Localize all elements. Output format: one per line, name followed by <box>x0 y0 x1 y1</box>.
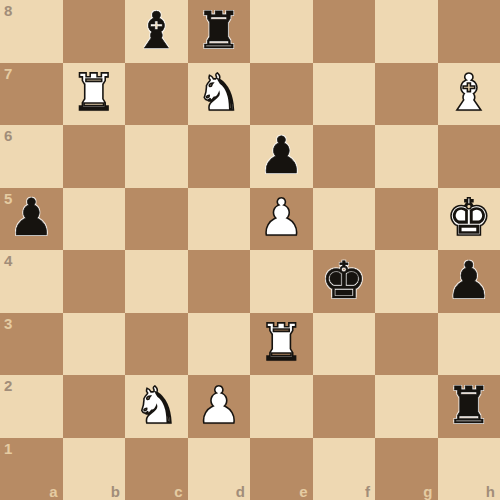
white-king[interactable]: ♚ <box>446 192 492 243</box>
square-g7[interactable] <box>375 63 438 126</box>
square-c7[interactable] <box>125 63 188 126</box>
rank-label-7: 7 <box>4 65 12 82</box>
square-h5[interactable]: ♚ <box>438 188 500 251</box>
square-c1[interactable]: c <box>125 438 188 500</box>
black-pawn[interactable]: ♟ <box>446 255 492 306</box>
chess-board-container: 8♝♜7♜♞♝6♟5♟♟♚4♚♟3♜2♞♟♜1abcdefgh <box>0 0 500 500</box>
square-a7[interactable]: 7 <box>0 63 63 126</box>
square-a4[interactable]: 4 <box>0 250 63 313</box>
white-knight[interactable]: ♞ <box>133 380 179 431</box>
square-f1[interactable]: f <box>313 438 376 500</box>
square-f8[interactable] <box>313 0 376 63</box>
file-label-h: h <box>486 483 495 500</box>
square-e6[interactable]: ♟ <box>250 125 313 188</box>
black-rook[interactable]: ♜ <box>196 5 242 56</box>
rank-label-4: 4 <box>4 252 12 269</box>
square-b7[interactable]: ♜ <box>63 63 126 126</box>
square-d2[interactable]: ♟ <box>188 375 251 438</box>
square-e1[interactable]: e <box>250 438 313 500</box>
black-king[interactable]: ♚ <box>321 255 367 306</box>
square-d7[interactable]: ♞ <box>188 63 251 126</box>
square-e3[interactable]: ♜ <box>250 313 313 376</box>
square-b2[interactable] <box>63 375 126 438</box>
square-g3[interactable] <box>375 313 438 376</box>
square-e7[interactable] <box>250 63 313 126</box>
file-label-g: g <box>423 483 432 500</box>
white-pawn[interactable]: ♟ <box>196 380 242 431</box>
square-h1[interactable]: h <box>438 438 500 500</box>
square-d6[interactable] <box>188 125 251 188</box>
square-a8[interactable]: 8 <box>0 0 63 63</box>
square-b3[interactable] <box>63 313 126 376</box>
square-a1[interactable]: 1a <box>0 438 63 500</box>
white-rook[interactable]: ♜ <box>258 317 304 368</box>
square-b1[interactable]: b <box>63 438 126 500</box>
square-b4[interactable] <box>63 250 126 313</box>
square-e4[interactable] <box>250 250 313 313</box>
square-e8[interactable] <box>250 0 313 63</box>
square-g2[interactable] <box>375 375 438 438</box>
square-g1[interactable]: g <box>375 438 438 500</box>
square-a5[interactable]: 5♟ <box>0 188 63 251</box>
square-c3[interactable] <box>125 313 188 376</box>
square-f2[interactable] <box>313 375 376 438</box>
white-bishop[interactable]: ♝ <box>446 67 492 118</box>
square-e2[interactable] <box>250 375 313 438</box>
square-f5[interactable] <box>313 188 376 251</box>
white-rook[interactable]: ♜ <box>71 67 117 118</box>
square-b6[interactable] <box>63 125 126 188</box>
square-d8[interactable]: ♜ <box>188 0 251 63</box>
square-h3[interactable] <box>438 313 500 376</box>
square-c6[interactable] <box>125 125 188 188</box>
square-b8[interactable] <box>63 0 126 63</box>
file-label-d: d <box>236 483 245 500</box>
square-e5[interactable]: ♟ <box>250 188 313 251</box>
square-f6[interactable] <box>313 125 376 188</box>
square-g6[interactable] <box>375 125 438 188</box>
rank-label-2: 2 <box>4 377 12 394</box>
square-g5[interactable] <box>375 188 438 251</box>
square-d3[interactable] <box>188 313 251 376</box>
black-pawn[interactable]: ♟ <box>8 192 54 243</box>
square-g8[interactable] <box>375 0 438 63</box>
square-c4[interactable] <box>125 250 188 313</box>
black-pawn[interactable]: ♟ <box>258 130 304 181</box>
square-d5[interactable] <box>188 188 251 251</box>
square-h2[interactable]: ♜ <box>438 375 500 438</box>
file-label-a: a <box>49 483 57 500</box>
black-rook[interactable]: ♜ <box>446 380 492 431</box>
chess-board: 8♝♜7♜♞♝6♟5♟♟♚4♚♟3♜2♞♟♜1abcdefgh <box>0 0 500 500</box>
square-f3[interactable] <box>313 313 376 376</box>
black-bishop[interactable]: ♝ <box>133 5 179 56</box>
rank-label-1: 1 <box>4 440 12 457</box>
file-label-b: b <box>111 483 120 500</box>
square-a2[interactable]: 2 <box>0 375 63 438</box>
rank-label-3: 3 <box>4 315 12 332</box>
white-knight[interactable]: ♞ <box>196 67 242 118</box>
file-label-c: c <box>174 483 182 500</box>
file-label-f: f <box>365 483 370 500</box>
square-b5[interactable] <box>63 188 126 251</box>
square-c5[interactable] <box>125 188 188 251</box>
square-d4[interactable] <box>188 250 251 313</box>
square-h4[interactable]: ♟ <box>438 250 500 313</box>
rank-label-8: 8 <box>4 2 12 19</box>
square-h6[interactable] <box>438 125 500 188</box>
rank-label-6: 6 <box>4 127 12 144</box>
square-h8[interactable] <box>438 0 500 63</box>
square-f7[interactable] <box>313 63 376 126</box>
square-f4[interactable]: ♚ <box>313 250 376 313</box>
square-a6[interactable]: 6 <box>0 125 63 188</box>
square-d1[interactable]: d <box>188 438 251 500</box>
square-h7[interactable]: ♝ <box>438 63 500 126</box>
square-a3[interactable]: 3 <box>0 313 63 376</box>
square-g4[interactable] <box>375 250 438 313</box>
square-c2[interactable]: ♞ <box>125 375 188 438</box>
square-c8[interactable]: ♝ <box>125 0 188 63</box>
white-pawn[interactable]: ♟ <box>258 192 304 243</box>
file-label-e: e <box>299 483 307 500</box>
